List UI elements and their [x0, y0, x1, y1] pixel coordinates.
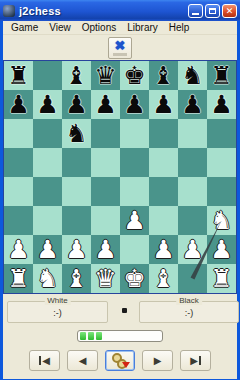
- white-bishop-piece: ♝: [62, 264, 91, 293]
- close-icon: ✕: [226, 6, 234, 16]
- square-h2[interactable]: ♟: [207, 235, 236, 264]
- black-bishop-piece: ♝: [62, 61, 91, 90]
- square-f1[interactable]: ♝: [149, 264, 178, 293]
- square-b6[interactable]: [33, 119, 62, 148]
- white-knight-piece: ♞: [33, 264, 62, 293]
- square-h6[interactable]: [207, 119, 236, 148]
- square-c5[interactable]: [62, 148, 91, 177]
- square-h8[interactable]: ♜: [207, 61, 236, 90]
- app-icon: [3, 5, 15, 17]
- square-c1[interactable]: ♝: [62, 264, 91, 293]
- white-queen-piece: ♛: [91, 264, 120, 293]
- white-pawn-piece: ♟: [207, 235, 236, 264]
- square-b1[interactable]: ♞: [33, 264, 62, 293]
- title-bar[interactable]: j2chess ✕: [0, 0, 240, 21]
- progress-segment: [88, 332, 94, 340]
- black-pawn-piece: ♟: [91, 90, 120, 119]
- square-g2[interactable]: ♟: [178, 235, 207, 264]
- menu-library[interactable]: Library: [123, 22, 165, 34]
- white-pawn-piece: ♟: [120, 206, 149, 235]
- square-d8[interactable]: ♛: [91, 61, 120, 90]
- maximize-button[interactable]: [205, 4, 220, 18]
- white-bishop-piece: ♝: [149, 264, 178, 293]
- white-pawn-piece: ♟: [91, 235, 120, 264]
- square-e2[interactable]: [120, 235, 149, 264]
- square-d7[interactable]: ♟: [91, 90, 120, 119]
- square-a4[interactable]: [4, 177, 33, 206]
- square-f5[interactable]: [149, 148, 178, 177]
- menu-options[interactable]: Options: [78, 22, 123, 34]
- white-pawn-piece: ♟: [178, 235, 207, 264]
- square-d5[interactable]: [91, 148, 120, 177]
- minimize-button[interactable]: [188, 4, 203, 18]
- toolbar: ✖: [3, 35, 237, 60]
- board-container: ♜♝♛♚♝♞♜♟♟♟♟♟♟♟♟♞♟♞♟♟♟♟♟♟♟♜♞♝♛♚♝♜: [3, 60, 237, 294]
- square-c4[interactable]: [62, 177, 91, 206]
- square-e7[interactable]: ♟: [120, 90, 149, 119]
- white-knight-piece: ♞: [207, 206, 236, 235]
- square-g3[interactable]: [178, 206, 207, 235]
- square-a1[interactable]: ♜: [4, 264, 33, 293]
- white-pawn-piece: ♟: [33, 235, 62, 264]
- square-g1[interactable]: [178, 264, 207, 293]
- square-g4[interactable]: [178, 177, 207, 206]
- square-g7[interactable]: ♟: [178, 90, 207, 119]
- white-status-value: :-): [8, 302, 107, 322]
- square-f6[interactable]: [149, 119, 178, 148]
- black-pawn-piece: ♟: [178, 90, 207, 119]
- status-panel: White :-) Black :-) ◀ ◀ ▶: [3, 294, 237, 379]
- square-f3[interactable]: [149, 206, 178, 235]
- window-title: j2chess: [19, 5, 188, 17]
- blue-arrows-icon: ✖: [115, 39, 126, 52]
- square-e1[interactable]: ♚: [120, 264, 149, 293]
- square-h5[interactable]: [207, 148, 236, 177]
- square-g6[interactable]: [178, 119, 207, 148]
- toolbar-button[interactable]: ✖: [108, 37, 132, 59]
- square-b8[interactable]: [33, 61, 62, 90]
- square-b7[interactable]: ♟: [33, 90, 62, 119]
- progress-segment: [96, 332, 102, 340]
- menu-view[interactable]: View: [45, 22, 78, 34]
- black-bishop-piece: ♝: [149, 61, 178, 90]
- square-b4[interactable]: [33, 177, 62, 206]
- white-rook-piece: ♜: [4, 264, 33, 293]
- square-d6[interactable]: [91, 119, 120, 148]
- black-pawn-piece: ♟: [4, 90, 33, 119]
- next-move-button[interactable]: ▶: [142, 350, 173, 371]
- black-queen-piece: ♛: [91, 61, 120, 90]
- square-f8[interactable]: ♝: [149, 61, 178, 90]
- white-rook-piece: ♜: [207, 264, 236, 293]
- app-window: j2chess ✕ Game View Options Library Help…: [0, 0, 240, 380]
- square-c3[interactable]: [62, 206, 91, 235]
- square-a7[interactable]: ♟: [4, 90, 33, 119]
- black-rook-piece: ♜: [207, 61, 236, 90]
- previous-move-button[interactable]: ◀: [67, 350, 98, 371]
- square-a8[interactable]: ♜: [4, 61, 33, 90]
- white-pawn-piece: ♟: [149, 235, 178, 264]
- black-pawn-piece: ♟: [33, 90, 62, 119]
- next-move-icon: ▶: [154, 355, 162, 366]
- first-move-icon: ◀: [42, 355, 50, 366]
- square-d4[interactable]: [91, 177, 120, 206]
- transport-controls: ◀ ◀ ▶ ▶: [3, 350, 237, 371]
- progress-bar: [77, 330, 163, 342]
- square-a3[interactable]: [4, 206, 33, 235]
- square-b2[interactable]: ♟: [33, 235, 62, 264]
- square-f7[interactable]: ♟: [149, 90, 178, 119]
- progress-segment: [80, 332, 86, 340]
- menu-help[interactable]: Help: [165, 22, 197, 34]
- square-e8[interactable]: ♚: [120, 61, 149, 90]
- white-king-piece: ♚: [120, 264, 149, 293]
- black-pawn-piece: ♟: [149, 90, 178, 119]
- square-a5[interactable]: [4, 148, 33, 177]
- square-e6[interactable]: [120, 119, 149, 148]
- square-h7[interactable]: ♟: [207, 90, 236, 119]
- last-move-icon: ▶: [190, 355, 198, 366]
- square-b3[interactable]: [33, 206, 62, 235]
- white-pawn-piece: ♟: [62, 235, 91, 264]
- square-a2[interactable]: ♟: [4, 235, 33, 264]
- square-a6[interactable]: [4, 119, 33, 148]
- square-c7[interactable]: ♟: [62, 90, 91, 119]
- black-status-value: :-): [140, 302, 238, 322]
- square-f4[interactable]: [149, 177, 178, 206]
- square-g5[interactable]: [178, 148, 207, 177]
- black-pawn-piece: ♟: [207, 90, 236, 119]
- square-e3[interactable]: ♟: [120, 206, 149, 235]
- close-button[interactable]: ✕: [222, 4, 237, 18]
- white-pawn-piece: ♟: [4, 235, 33, 264]
- first-move-button[interactable]: ◀: [29, 350, 60, 371]
- black-status-box: Black :-): [139, 301, 239, 323]
- square-d1[interactable]: ♛: [91, 264, 120, 293]
- black-rook-piece: ♜: [4, 61, 33, 90]
- engine-move-button[interactable]: [105, 350, 135, 371]
- first-move-bar-icon: [39, 356, 41, 365]
- minimize-icon: [192, 13, 199, 15]
- toolbar-button-strip: [113, 53, 127, 56]
- square-h4[interactable]: [207, 177, 236, 206]
- turn-indicator-dot: [122, 308, 127, 313]
- menu-game[interactable]: Game: [7, 22, 45, 34]
- square-c8[interactable]: ♝: [62, 61, 91, 90]
- square-h3[interactable]: ♞: [207, 206, 236, 235]
- square-h1[interactable]: ♜: [207, 264, 236, 293]
- square-g8[interactable]: ♞: [178, 61, 207, 90]
- square-d3[interactable]: [91, 206, 120, 235]
- black-king-piece: ♚: [120, 61, 149, 90]
- chess-board: ♜♝♛♚♝♞♜♟♟♟♟♟♟♟♟♞♟♞♟♟♟♟♟♟♟♜♞♝♛♚♝♜: [4, 61, 236, 293]
- last-move-button[interactable]: ▶: [180, 350, 211, 371]
- red-arrow-icon: [122, 362, 130, 368]
- maximize-icon: [209, 8, 216, 14]
- menu-bar: Game View Options Library Help: [3, 21, 237, 35]
- black-pawn-piece: ♟: [62, 90, 91, 119]
- square-c6[interactable]: ♞: [62, 119, 91, 148]
- square-b5[interactable]: [33, 148, 62, 177]
- last-move-bar-icon: [199, 356, 201, 365]
- previous-move-icon: ◀: [79, 355, 87, 366]
- square-f2[interactable]: ♟: [149, 235, 178, 264]
- black-pawn-piece: ♟: [120, 90, 149, 119]
- white-status-box: White :-): [7, 301, 108, 323]
- square-c2[interactable]: ♟: [62, 235, 91, 264]
- square-d2[interactable]: ♟: [91, 235, 120, 264]
- black-knight-piece: ♞: [62, 119, 91, 148]
- black-knight-piece: ♞: [178, 61, 207, 90]
- square-e5[interactable]: [120, 148, 149, 177]
- square-e4[interactable]: [120, 177, 149, 206]
